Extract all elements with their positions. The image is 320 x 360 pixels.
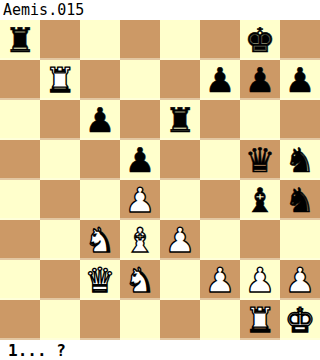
square-g8[interactable]: ♚ (240, 20, 280, 60)
square-a3[interactable] (0, 220, 40, 260)
square-f1[interactable] (200, 300, 240, 340)
square-e8[interactable] (160, 20, 200, 60)
black-rook: ♜ (160, 100, 200, 140)
square-h4[interactable]: ♞ (280, 180, 320, 220)
square-b2[interactable] (40, 260, 80, 300)
square-g1[interactable]: ♜ (240, 300, 280, 340)
diagram-footer: 1... ? (0, 340, 320, 360)
square-h3[interactable] (280, 220, 320, 260)
square-h1[interactable]: ♚ (280, 300, 320, 340)
square-d7[interactable] (120, 60, 160, 100)
square-e6[interactable]: ♜ (160, 100, 200, 140)
square-a2[interactable] (0, 260, 40, 300)
square-e3[interactable]: ♟ (160, 220, 200, 260)
white-knight: ♞ (120, 260, 160, 300)
square-a6[interactable] (0, 100, 40, 140)
puzzle-title: Aemis.015 (3, 1, 84, 19)
square-a5[interactable] (0, 140, 40, 180)
square-b7[interactable]: ♜ (40, 60, 80, 100)
square-a4[interactable] (0, 180, 40, 220)
square-g5[interactable]: ♛ (240, 140, 280, 180)
square-h8[interactable] (280, 20, 320, 60)
black-pawn: ♟ (120, 140, 160, 180)
square-c8[interactable] (80, 20, 120, 60)
square-d1[interactable] (120, 300, 160, 340)
square-c3[interactable]: ♞ (80, 220, 120, 260)
square-f5[interactable] (200, 140, 240, 180)
square-h2[interactable]: ♟ (280, 260, 320, 300)
square-h5[interactable]: ♞ (280, 140, 320, 180)
square-c7[interactable] (80, 60, 120, 100)
square-e1[interactable] (160, 300, 200, 340)
square-b6[interactable] (40, 100, 80, 140)
square-f3[interactable] (200, 220, 240, 260)
square-b8[interactable] (40, 20, 80, 60)
black-pawn: ♟ (200, 60, 240, 100)
square-c4[interactable] (80, 180, 120, 220)
square-g7[interactable]: ♟ (240, 60, 280, 100)
square-h6[interactable] (280, 100, 320, 140)
square-a7[interactable] (0, 60, 40, 100)
square-e7[interactable] (160, 60, 200, 100)
white-rook: ♜ (40, 60, 80, 100)
square-b4[interactable] (40, 180, 80, 220)
square-f6[interactable] (200, 100, 240, 140)
black-bishop: ♝ (240, 180, 280, 220)
black-knight: ♞ (280, 140, 320, 180)
black-rook: ♜ (0, 20, 40, 60)
square-c5[interactable] (80, 140, 120, 180)
square-d3[interactable]: ♝ (120, 220, 160, 260)
black-knight: ♞ (280, 180, 320, 220)
square-d5[interactable]: ♟ (120, 140, 160, 180)
white-pawn: ♟ (160, 220, 200, 260)
square-g3[interactable] (240, 220, 280, 260)
square-g2[interactable]: ♟ (240, 260, 280, 300)
white-pawn: ♟ (240, 260, 280, 300)
square-d2[interactable]: ♞ (120, 260, 160, 300)
white-pawn: ♟ (200, 260, 240, 300)
black-king: ♚ (240, 20, 280, 60)
white-bishop: ♝ (120, 220, 160, 260)
square-a8[interactable]: ♜ (0, 20, 40, 60)
square-f2[interactable]: ♟ (200, 260, 240, 300)
square-a1[interactable] (0, 300, 40, 340)
square-f4[interactable] (200, 180, 240, 220)
square-d8[interactable] (120, 20, 160, 60)
square-e2[interactable] (160, 260, 200, 300)
square-g4[interactable]: ♝ (240, 180, 280, 220)
square-f7[interactable]: ♟ (200, 60, 240, 100)
square-h7[interactable]: ♟ (280, 60, 320, 100)
square-d6[interactable] (120, 100, 160, 140)
move-prompt: 1... ? (8, 341, 66, 360)
square-b1[interactable] (40, 300, 80, 340)
chess-board: ♜♚♜♟♟♟♟♜♟♛♞♟♝♞♞♝♟♛♞♟♟♟♜♚ (0, 20, 320, 340)
white-pawn: ♟ (280, 260, 320, 300)
square-f8[interactable] (200, 20, 240, 60)
square-b3[interactable] (40, 220, 80, 260)
square-g6[interactable] (240, 100, 280, 140)
square-e4[interactable] (160, 180, 200, 220)
square-d4[interactable]: ♟ (120, 180, 160, 220)
white-rook: ♜ (240, 300, 280, 340)
square-b5[interactable] (40, 140, 80, 180)
white-queen: ♛ (80, 260, 120, 300)
white-knight: ♞ (80, 220, 120, 260)
white-king: ♚ (280, 300, 320, 340)
square-c6[interactable]: ♟ (80, 100, 120, 140)
black-queen: ♛ (240, 140, 280, 180)
white-pawn: ♟ (120, 180, 160, 220)
black-pawn: ♟ (240, 60, 280, 100)
square-e5[interactable] (160, 140, 200, 180)
black-pawn: ♟ (80, 100, 120, 140)
black-pawn: ♟ (280, 60, 320, 100)
square-c1[interactable] (80, 300, 120, 340)
square-c2[interactable]: ♛ (80, 260, 120, 300)
diagram-header: Aemis.015 (0, 0, 320, 20)
